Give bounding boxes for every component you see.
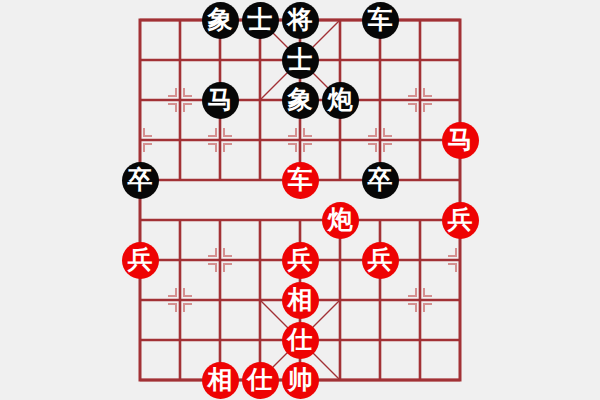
piece-red-pawn[interactable]: 兵 [362,242,399,279]
piece-black-cannon[interactable]: 炮 [322,82,359,119]
piece-red-pawn[interactable]: 兵 [282,242,319,279]
piece-glyph: 兵 [368,247,393,272]
piece-glyph: 士 [288,47,313,72]
piece-glyph: 炮 [328,87,353,112]
piece-glyph: 兵 [128,247,153,272]
piece-glyph: 兵 [448,207,473,232]
piece-glyph: 卒 [368,167,393,192]
piece-glyph: 兵 [288,247,313,272]
piece-red-advisor[interactable]: 仕 [242,362,279,399]
piece-red-advisor[interactable]: 仕 [282,322,319,359]
piece-red-cannon[interactable]: 炮 [322,202,359,239]
piece-glyph: 炮 [328,207,353,232]
xiangqi-board[interactable]: 象士将车士马象炮马卒车卒炮兵兵兵兵相仕相仕帅 [0,0,600,400]
piece-red-horse[interactable]: 马 [442,122,479,159]
piece-glyph: 车 [288,167,313,192]
piece-red-chariot[interactable]: 车 [282,162,319,199]
piece-glyph: 相 [288,287,313,312]
piece-glyph: 士 [248,7,273,32]
piece-glyph: 仕 [288,327,313,352]
xiangqi-app: 象士将车士马象炮马卒车卒炮兵兵兵兵相仕相仕帅 [0,0,600,400]
piece-black-elephant[interactable]: 象 [282,82,319,119]
board-cells[interactable]: 象士将车士马象炮马卒车卒炮兵兵兵兵相仕相仕帅 [120,0,480,400]
piece-red-pawn[interactable]: 兵 [442,202,479,239]
piece-glyph: 相 [208,367,233,392]
piece-glyph: 帅 [288,367,313,392]
piece-red-pawn[interactable]: 兵 [122,242,159,279]
piece-glyph: 将 [288,7,313,32]
piece-glyph: 象 [208,7,233,32]
piece-black-chariot[interactable]: 车 [362,2,399,39]
piece-glyph: 象 [288,87,313,112]
piece-black-advisor[interactable]: 士 [242,2,279,39]
piece-red-elephant[interactable]: 相 [202,362,239,399]
piece-glyph: 马 [448,127,473,152]
piece-glyph: 马 [208,87,233,112]
piece-glyph: 卒 [128,167,153,192]
piece-glyph: 仕 [248,367,273,392]
piece-red-elephant[interactable]: 相 [282,282,319,319]
piece-black-elephant[interactable]: 象 [202,2,239,39]
piece-black-horse[interactable]: 马 [202,82,239,119]
piece-black-general[interactable]: 将 [282,2,319,39]
piece-black-pawn[interactable]: 卒 [362,162,399,199]
piece-black-advisor[interactable]: 士 [282,42,319,79]
piece-glyph: 车 [368,7,393,32]
piece-red-general[interactable]: 帅 [282,362,319,399]
piece-black-pawn[interactable]: 卒 [122,162,159,199]
